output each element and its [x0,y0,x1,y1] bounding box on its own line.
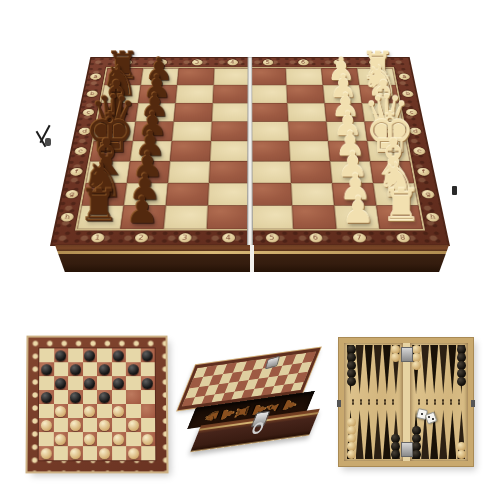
coordinate-medallion: 3 [191,59,202,65]
chess-square: ♟ [326,122,367,141]
backgammon-point [356,407,364,459]
chess-square: ♛ [364,122,406,141]
latch-hook-icon [36,122,54,156]
black-checker [113,350,124,361]
black-checker [99,364,110,375]
chess-square [211,122,250,141]
chess-square: ♟ [323,85,362,103]
checkers-square [126,418,141,432]
chess-square [212,103,250,122]
checkers-square [140,390,155,404]
coordinate-medallion: d [409,127,422,134]
checkers-square [140,348,154,362]
checkers-square [97,362,111,376]
checkers-square [141,418,156,432]
black-checker [142,350,153,361]
black-checker [41,392,52,403]
chess-square [213,85,250,103]
checkers-square [53,404,68,418]
checkers-square [97,390,112,404]
coordinate-medallion: a [398,73,410,79]
chess-square: ♟ [330,161,373,182]
black-checker [41,364,52,375]
coordinate-medallion: c [405,109,418,116]
chess-square [164,205,208,229]
chess-square [250,103,288,122]
chess-square [170,141,211,161]
white-checker [55,434,66,445]
chess-square: ♞ [82,183,127,206]
chess-square [174,103,213,122]
white-checker [128,420,139,431]
coordinate-medallion: 7 [352,233,366,242]
dark-checker [391,450,400,459]
chess-square [166,183,209,206]
checkers-square [39,432,54,446]
backgammon-point [439,407,447,459]
chess-square: ♟ [120,205,165,229]
backgammon-point [448,345,456,397]
black-checker [55,350,66,361]
chess-square [250,161,291,182]
checker-stack [457,345,466,386]
checkers-square [112,404,127,418]
bg-panel-left [344,343,403,461]
chess-square: ♟ [325,103,365,122]
checkers-square [111,348,125,362]
stored-piece: ♟ [279,397,300,412]
chess-square: ♝ [86,161,130,182]
coordinate-medallion: f [417,168,431,176]
backgammon-point [383,345,391,397]
chess-square [250,85,287,103]
chess-square [175,85,213,103]
checkers-square [54,390,69,404]
white-checker [84,434,95,445]
black-checker [128,364,139,375]
checkers-square [83,348,97,362]
checkers-square [54,348,68,362]
chess-square [291,183,334,206]
checkers-square [68,362,82,376]
checkers-square [53,446,68,460]
coordinate-medallion: 8 [368,59,379,65]
chess-square: ♟ [141,68,179,85]
white-checker [70,448,81,459]
checkers-square [82,418,97,432]
bg-panel-right [410,343,469,461]
coordinate-medallion: 6 [298,59,309,65]
fold-gap [250,245,254,272]
chess-square: ♟ [124,183,168,206]
backgammon-point [421,345,429,397]
chess-square: ♞ [359,85,399,103]
chess-square [286,85,324,103]
backgammon-point [430,345,438,397]
chess-square: ♟ [130,141,172,161]
backgammon-point [383,407,391,459]
coordinate-medallion: b [86,91,98,98]
chess-square [177,68,214,85]
checker-stack [457,442,466,459]
black-checker [99,392,110,403]
chess-square: ♜ [357,68,396,85]
checkers-square [126,446,141,460]
dark-checker [412,450,421,459]
white-checker [128,448,139,459]
backgammon-thumbnail [339,338,473,466]
coordinate-medallion: 5 [262,59,273,65]
checkers-square [39,362,54,376]
checkers-square [140,376,155,390]
checkers-square [112,446,127,460]
chess-square [250,68,286,85]
checker-stack [347,345,356,386]
chess-square [214,68,250,85]
chess-square: ♛ [94,122,136,141]
chess-square [288,122,328,141]
checkers-square [39,348,53,362]
checker-stack [412,345,421,370]
white-checker [41,420,52,431]
checkers-square [82,404,97,418]
checkers-square [97,348,111,362]
coordinate-medallion: 4 [227,59,238,65]
checkers-square [39,404,54,418]
backgammon-point [374,345,382,397]
light-checker [347,450,356,459]
checkers-square [39,418,54,432]
latch-pin-icon [471,400,475,407]
checkers-square [39,376,54,390]
black-checker [142,378,153,389]
chess-square: ♞ [373,183,418,206]
chess-square [172,122,212,141]
latch-pin-icon [452,186,457,195]
backgammon-point [365,345,373,397]
chess-square [250,183,292,206]
checker-stack [391,345,400,362]
light-checker [412,361,421,370]
coordinate-medallion: f [70,168,84,176]
chess-square: ♟ [136,103,176,122]
coordinate-medallion: 8 [395,233,409,242]
white-checker [40,448,51,459]
coordinate-medallion: c [82,109,95,116]
product-image-canvas: { "game": "chess (3-in-1 folding wooden … [0,0,500,500]
chess-square: ♟ [127,161,170,182]
white-checker [99,420,110,431]
chess-square: ♟ [138,85,177,103]
coordinate-medallion: 2 [156,59,167,65]
chess-square: ♜ [104,68,143,85]
chess-square [289,141,330,161]
checkers-square [83,362,97,376]
chess-square: ♟ [321,68,359,85]
black-checker [113,378,124,389]
black-checker [84,350,95,361]
coordinate-medallion: g [421,190,435,198]
dark-checker [457,377,466,386]
chess-square: ♞ [101,85,141,103]
coordinate-medallion: 2 [134,233,148,242]
white-checker [99,448,110,459]
chess-square: ♟ [334,205,379,229]
black-checker [70,392,81,403]
chess-square [290,161,332,182]
checkers-square [68,446,83,460]
chess-square [292,205,336,229]
black-checker [70,364,81,375]
coordinate-medallion: 4 [222,233,235,242]
checkers-square [111,362,125,376]
checkers-square [141,432,156,446]
chess-square [250,122,289,141]
checker-stack [412,426,421,459]
chess-square: ♟ [332,183,376,206]
checkers-square [97,376,111,390]
coordinate-medallion: 5 [265,233,278,242]
main-product-photo: ♜♟♟♜♞♟♟♞♝♟♟♝♛♟♟♛♚♟♟♚♝♟♟♝♞♟♟♞♜♟♟♜ 11aa22b… [48,52,452,246]
chess-square [207,205,250,229]
coordinate-medallion: 7 [333,59,344,65]
checkers-square [111,390,126,404]
chess-square: ♜ [77,205,124,229]
coordinate-medallion: e [413,147,426,155]
coordinate-medallion: d [78,127,91,134]
checkers-square [97,446,112,460]
light-checker [457,450,466,459]
coordinate-medallion: h [60,213,74,222]
checkers-square [126,404,141,418]
white-checker [142,434,153,445]
chess-square: ♚ [367,141,410,161]
chess-square: ♟ [328,141,370,161]
board-box-side [55,245,449,272]
coordinate-medallion: 1 [120,59,131,65]
white-checker [113,434,124,445]
checkers-square [68,376,82,390]
dark-checker [347,377,356,386]
closed-box-thumbnail: ♞♟♜♟♝♟ [176,352,326,462]
chess-square: ♝ [370,161,414,182]
backgammon-point [439,345,447,397]
checkers-square [126,348,140,362]
chess-square [287,103,326,122]
checkers-square [82,446,97,460]
checkers-square [39,446,54,460]
checkers-square [97,432,112,446]
white-checker [55,405,66,416]
checkers-square [53,432,68,446]
white-checker [70,420,81,431]
checkers-square [126,390,141,404]
checkers-square [68,404,83,418]
coordinate-medallion: h [426,213,440,222]
checkers-square [141,404,156,418]
checkers-square [53,418,68,432]
checkers-square [141,446,156,460]
checkers-square [126,376,141,390]
chess-square [209,161,250,182]
checkers-board-field [39,348,156,460]
chess-square [250,205,293,229]
black-checker [84,378,95,389]
backgammon-point [365,407,373,459]
chess-square [210,141,250,161]
coordinate-medallion: b [402,91,414,98]
black-checker [55,378,66,389]
chess-square: ♚ [90,141,133,161]
chess-square [208,183,250,206]
backgammon-point [356,345,364,397]
checkers-square [83,376,97,390]
chess-square [250,141,290,161]
checkers-square [112,418,127,432]
checkers-square [140,362,155,376]
checkers-square [68,390,83,404]
white-checker [113,405,124,416]
checkers-square [68,418,83,432]
backgammon-board [344,343,468,461]
backgammon-point [448,407,456,459]
checkers-square [39,390,54,404]
white-checker [84,405,95,416]
checkers-square [68,432,83,446]
chess-square: ♜ [376,205,423,229]
checkers-thumbnail [28,338,167,472]
chess-square: ♟ [133,122,174,141]
checkers-square [97,418,112,432]
hinge-icon [401,347,413,362]
backgammon-point [374,407,382,459]
checkers-square [126,432,141,446]
chess-square [286,68,323,85]
checkers-square [126,362,140,376]
checkers-square [112,432,127,446]
checkers-square [97,404,112,418]
chess-square: ♝ [97,103,138,122]
chess-square: ♝ [362,103,403,122]
checkers-square [54,376,69,390]
chess-square [168,161,210,182]
checkers-square [68,348,82,362]
coordinate-medallion: 6 [309,233,323,242]
checker-stack [391,434,400,459]
checkers-square [54,362,68,376]
lid-latch-icon [265,356,280,370]
coordinate-medallion: a [90,73,102,79]
chess-board: ♜♟♟♜♞♟♟♞♝♟♟♝♛♟♟♛♚♟♟♚♝♟♟♝♞♟♟♞♜♟♟♜ 11aa22b… [50,57,450,246]
latch-pin-icon [337,400,341,407]
checkers-square [83,390,98,404]
checker-stack [347,418,356,459]
checkers-square [82,432,97,446]
coordinate-medallion: g [65,190,79,198]
hinge-icon [401,442,413,457]
coordinate-medallion: 1 [90,233,104,242]
coordinate-medallion: e [74,147,87,155]
coordinate-medallion: 3 [178,233,192,242]
checkers-square [111,376,125,390]
light-checker [391,353,400,362]
